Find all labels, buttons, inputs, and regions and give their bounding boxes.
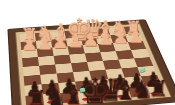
piece-white-pawn: ♟ — [21, 41, 37, 50]
pawn-glyph: ♟ — [113, 28, 128, 46]
pawn-glyph: ♟ — [67, 32, 82, 50]
pawn-glyph: ♟ — [83, 31, 98, 49]
pawn-glyph: ♟ — [37, 34, 52, 52]
rook-glyph: ♜ — [26, 87, 44, 105]
piece-white-pawn: ♟ — [51, 39, 68, 48]
pawn-glyph: ♟ — [52, 33, 67, 51]
board-pieces: ♜♞♝♚♛♝♞♜♟♟♟♟♟♟♟♟♟♟♟♟♟♟♟♟♜♞♝♚♛♝♞♜ — [20, 26, 165, 105]
pawn-glyph: ♟ — [128, 27, 143, 45]
pawn-glyph: ♟ — [98, 29, 113, 47]
chess-board: ♜♞♝♚♛♝♞♜♟♟♟♟♟♟♟♟♟♟♟♟♟♟♟♟♜♞♝♚♛♝♞♜ — [0, 0, 175, 105]
piece-black-rook: ♜ — [25, 94, 44, 105]
board-frame: ♜♞♝♚♛♝♞♜♟♟♟♟♟♟♟♟♟♟♟♟♟♟♟♟♜♞♝♚♛♝♞♜ — [8, 20, 175, 105]
piece-white-pawn: ♟ — [36, 40, 52, 49]
chess-set-photo: ♜♞♝♚♛♝♞♜♟♟♟♟♟♟♟♟♟♟♟♟♟♟♟♟♜♞♝♚♛♝♞♜ — [0, 0, 175, 105]
pawn-glyph: ♟ — [21, 35, 36, 53]
